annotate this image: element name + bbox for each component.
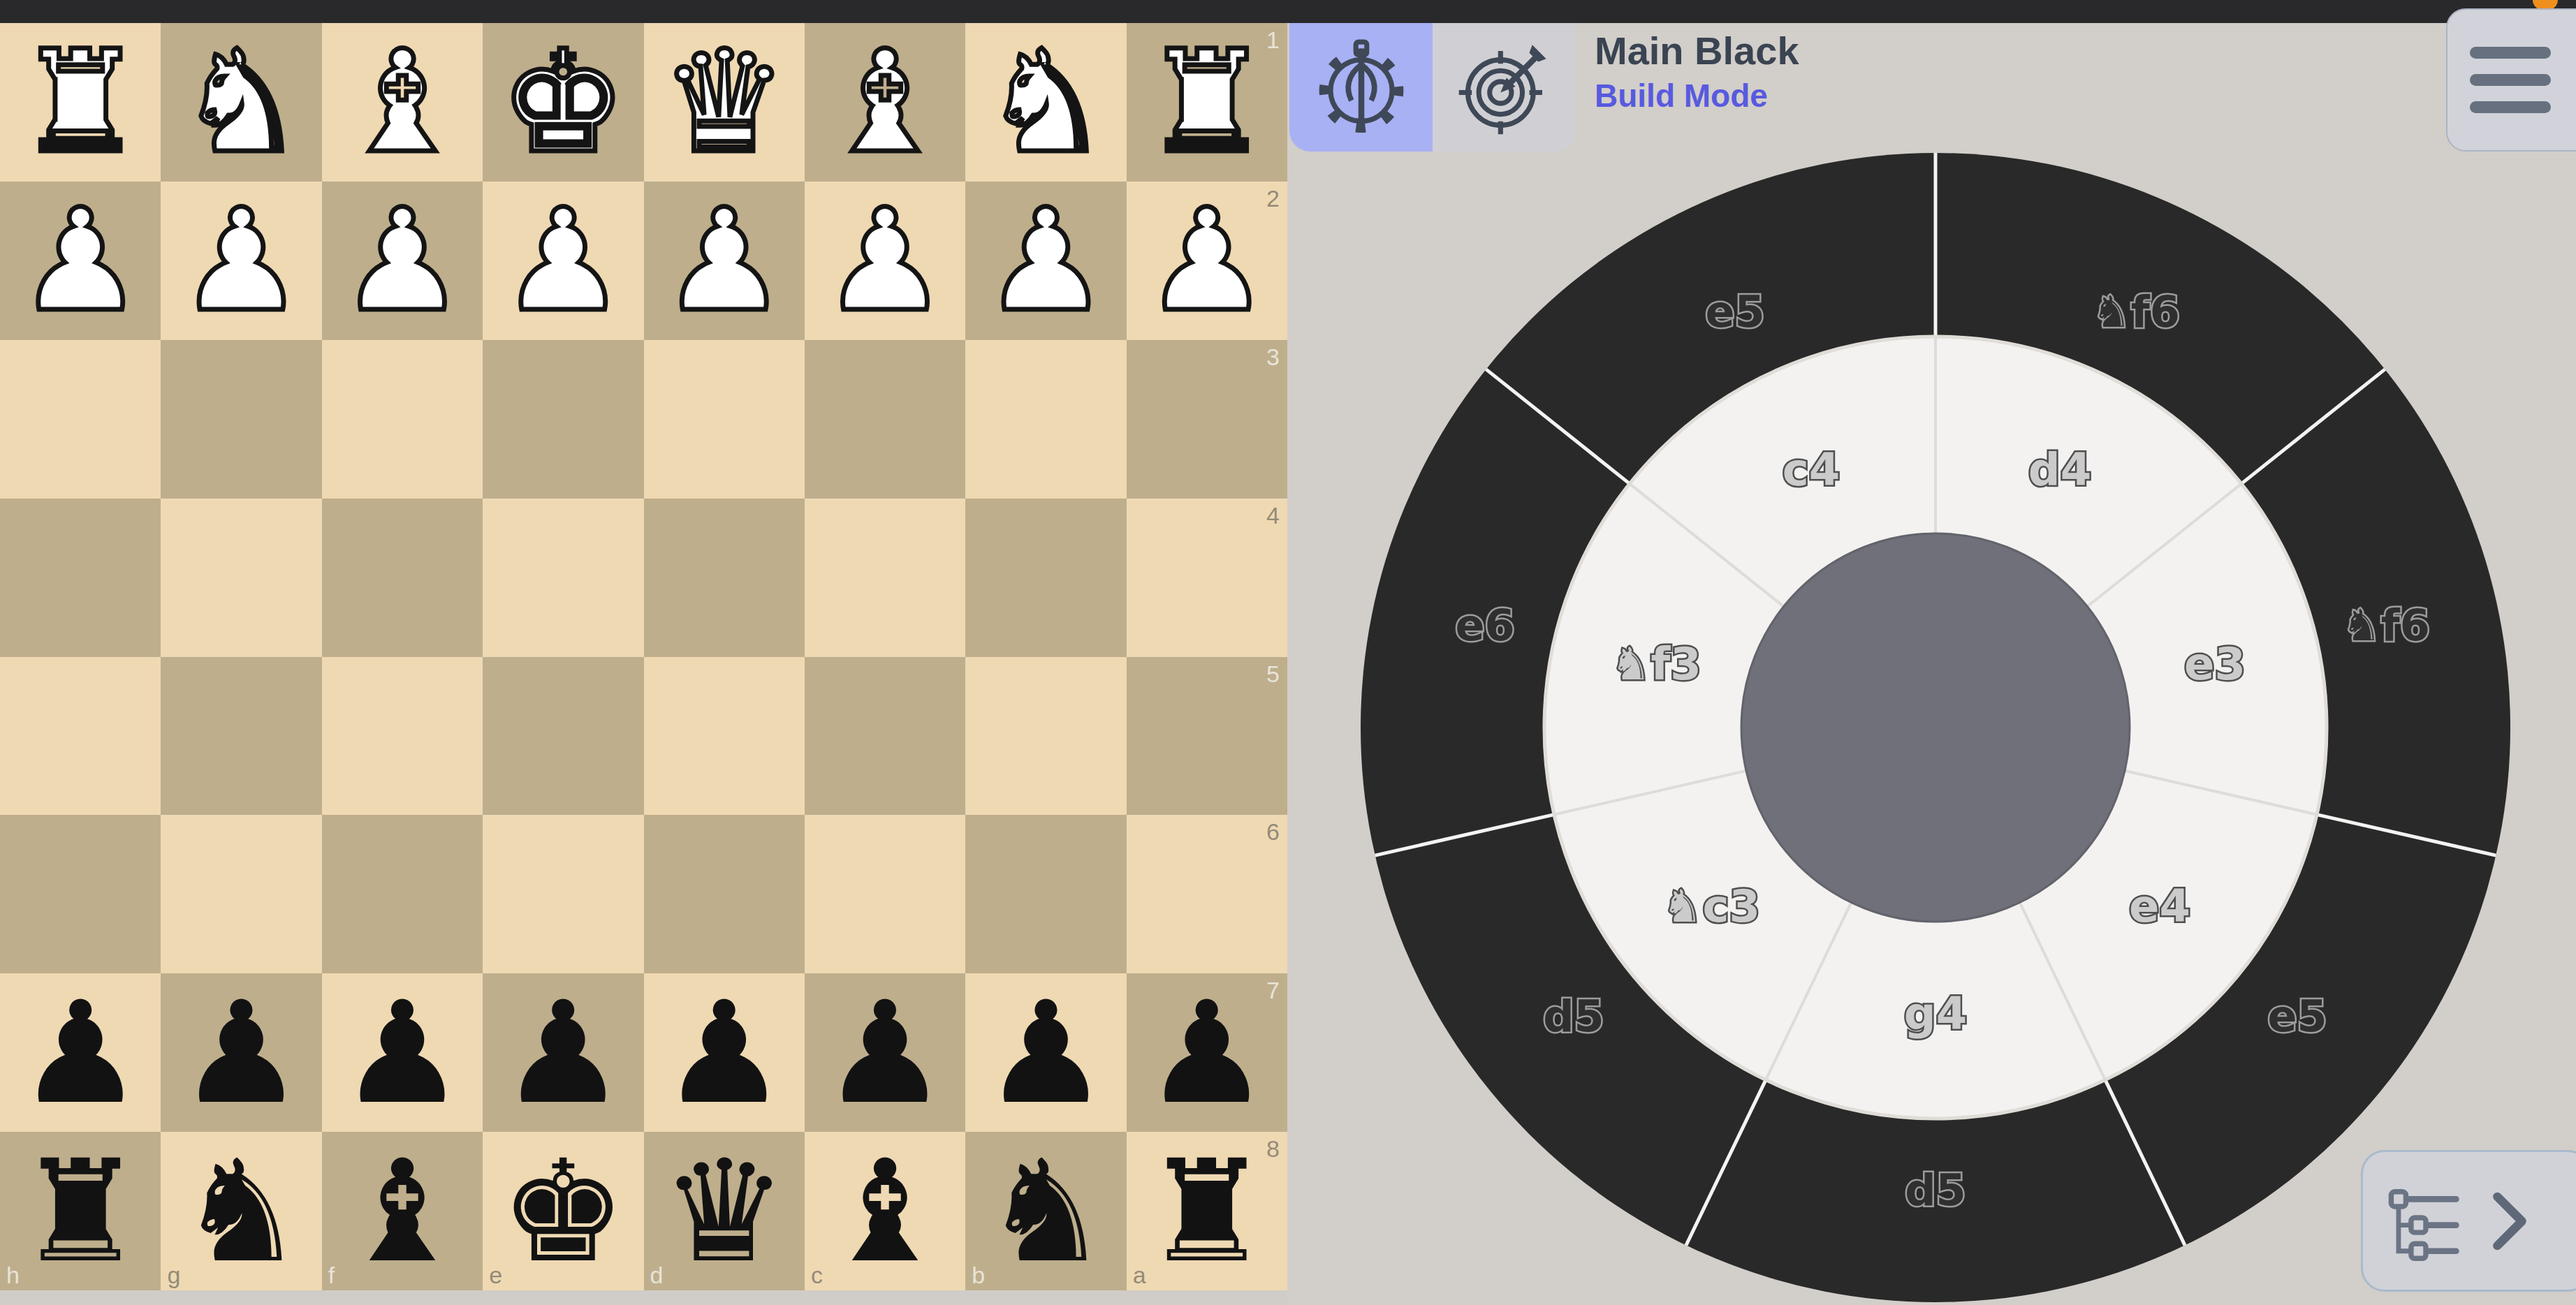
square-g7[interactable]: ♟ xyxy=(161,973,321,1132)
square-g1[interactable]: ♞♞ xyxy=(161,23,321,182)
wheel-white-move-e4[interactable]: e4 xyxy=(2129,880,2190,932)
piece-white-pawn[interactable]: ♟ xyxy=(965,182,1126,340)
repertoire-header: Main Black Build Mode xyxy=(1595,29,1799,115)
square-d3[interactable] xyxy=(644,340,805,499)
piece-black-pawn[interactable]: ♟ xyxy=(644,973,805,1132)
rank-label-2: 2 xyxy=(1266,186,1280,210)
piece-white-pawn[interactable]: ♟ xyxy=(322,182,483,340)
piece-outline: ♜ xyxy=(1127,23,1287,182)
square-b4[interactable] xyxy=(965,499,1126,657)
square-g4[interactable] xyxy=(161,499,321,657)
square-a4[interactable]: 4 xyxy=(1127,499,1287,657)
piece-black-rook[interactable]: ♜ xyxy=(0,1132,161,1290)
wheel-white-move-c4[interactable]: c4 xyxy=(1783,444,1840,496)
square-b7[interactable]: ♟ xyxy=(965,973,1126,1132)
wheel-white-move-d4[interactable]: d4 xyxy=(2028,444,2091,496)
piece-white-queen[interactable]: ♛ xyxy=(644,23,805,182)
file-label-b: b xyxy=(972,1263,985,1287)
piece-black-knight[interactable]: ♞ xyxy=(161,1132,321,1290)
piece-white-bishop[interactable]: ♝ xyxy=(805,23,965,182)
square-f6[interactable] xyxy=(322,815,483,973)
file-label-h: h xyxy=(6,1263,20,1287)
square-f3[interactable] xyxy=(322,340,483,499)
piece-white-bishop[interactable]: ♝ xyxy=(322,23,483,182)
wheel-center[interactable] xyxy=(1741,533,2130,922)
rank-label-4: 4 xyxy=(1266,503,1280,527)
piece-outline: ♜ xyxy=(0,23,161,182)
square-e3[interactable] xyxy=(483,340,643,499)
piece-white-pawn[interactable]: ♟ xyxy=(0,182,161,340)
square-h3[interactable] xyxy=(0,340,161,499)
wheel-black-reply-e5-vs-c4[interactable]: e5 xyxy=(1705,286,1764,337)
file-label-f: f xyxy=(328,1263,335,1287)
piece-outline: ♟ xyxy=(322,182,483,340)
square-a8[interactable]: ♜a8 xyxy=(1127,1132,1287,1290)
square-d8[interactable]: ♛d xyxy=(644,1132,805,1290)
rank-label-5: 5 xyxy=(1266,662,1280,686)
mode-toggle-group xyxy=(1289,23,1576,152)
piece-outline: ♟ xyxy=(965,182,1126,340)
square-g5[interactable] xyxy=(161,657,321,816)
square-h2[interactable]: ♟♟ xyxy=(0,182,161,340)
square-d4[interactable] xyxy=(644,499,805,657)
piece-black-pawn[interactable]: ♟ xyxy=(1127,973,1287,1132)
wheel-white-move-Nf3[interactable]: ♞f3 xyxy=(1611,638,1702,690)
piece-black-pawn[interactable]: ♟ xyxy=(805,973,965,1132)
piece-white-knight[interactable]: ♞ xyxy=(965,23,1126,182)
square-d6[interactable] xyxy=(644,815,805,973)
square-b8[interactable]: ♞b xyxy=(965,1132,1126,1290)
square-h7[interactable]: ♟ xyxy=(0,973,161,1132)
square-h5[interactable] xyxy=(0,657,161,816)
piece-outline: ♟ xyxy=(805,182,965,340)
opening-wheel[interactable]: c4 d4 e3 e4 g4 ♞c3 ♞f3 e5 ♞f6 ♞f6 e5 d5 … xyxy=(1342,134,2529,1305)
variations-button[interactable] xyxy=(2361,1150,2576,1292)
square-a3[interactable]: 3 xyxy=(1127,340,1287,499)
piece-black-queen[interactable]: ♛ xyxy=(644,1132,805,1290)
chess-board[interactable]: ♜♜♞♞♝♝♚♚♛♛♝♝♞♞♜♜1♟♟♟♟♟♟♟♟♟♟♟♟♟♟♟♟23456♟♟… xyxy=(0,23,1287,1290)
square-c2[interactable]: ♟♟ xyxy=(805,182,965,340)
piece-white-pawn[interactable]: ♟ xyxy=(483,182,643,340)
square-h4[interactable] xyxy=(0,499,161,657)
wheel-black-reply-Nf6-vs-d4[interactable]: ♞f6 xyxy=(2092,286,2180,337)
square-h1[interactable]: ♜♜ xyxy=(0,23,161,182)
wheel-black-reply-d5-vs-g4[interactable]: d5 xyxy=(1905,1165,1966,1216)
build-mode-button[interactable] xyxy=(1289,23,1433,152)
square-e4[interactable] xyxy=(483,499,643,657)
file-label-e: e xyxy=(489,1263,502,1287)
square-b5[interactable] xyxy=(965,657,1126,816)
piece-white-rook[interactable]: ♜ xyxy=(1127,23,1287,182)
piece-black-knight[interactable]: ♞ xyxy=(965,1132,1126,1290)
square-a5[interactable]: 5 xyxy=(1127,657,1287,816)
piece-white-rook[interactable]: ♜ xyxy=(0,23,161,182)
square-a6[interactable]: 6 xyxy=(1127,815,1287,973)
square-b2[interactable]: ♟♟ xyxy=(965,182,1126,340)
square-f2[interactable]: ♟♟ xyxy=(322,182,483,340)
square-f7[interactable]: ♟ xyxy=(322,973,483,1132)
piece-black-pawn[interactable]: ♟ xyxy=(161,973,321,1132)
square-a7[interactable]: ♟7 xyxy=(1127,973,1287,1132)
piece-black-pawn[interactable]: ♟ xyxy=(483,973,643,1132)
rank-label-6: 6 xyxy=(1266,820,1280,843)
wheel-black-reply-Nf6-vs-e3[interactable]: ♞f6 xyxy=(2342,600,2430,651)
piece-black-pawn[interactable]: ♟ xyxy=(0,973,161,1132)
hamburger-icon xyxy=(2470,47,2551,59)
square-f8[interactable]: ♝f xyxy=(322,1132,483,1290)
piece-white-pawn[interactable]: ♟ xyxy=(161,182,321,340)
piece-outline: ♟ xyxy=(1127,182,1287,340)
target-arrow-icon xyxy=(1455,37,1554,138)
square-g3[interactable] xyxy=(161,340,321,499)
top-bar xyxy=(0,0,2576,23)
square-h8[interactable]: ♜h xyxy=(0,1132,161,1290)
square-c8[interactable]: ♝c xyxy=(805,1132,965,1290)
square-g6[interactable] xyxy=(161,815,321,973)
square-e7[interactable]: ♟ xyxy=(483,973,643,1132)
piece-outline: ♟ xyxy=(644,182,805,340)
rank-label-1: 1 xyxy=(1266,28,1280,52)
piece-black-rook[interactable]: ♜ xyxy=(1127,1132,1287,1290)
piece-white-pawn[interactable]: ♟ xyxy=(1127,182,1287,340)
rank-label-7: 7 xyxy=(1266,978,1280,1002)
wheel-white-move-Nc3[interactable]: ♞c3 xyxy=(1662,880,1760,932)
piece-outline: ♝ xyxy=(322,23,483,182)
square-d5[interactable] xyxy=(644,657,805,816)
square-e1[interactable]: ♚♚ xyxy=(483,23,643,182)
piece-outline: ♟ xyxy=(161,182,321,340)
square-h6[interactable] xyxy=(0,815,161,973)
square-e5[interactable] xyxy=(483,657,643,816)
wheel-white-move-g4[interactable]: g4 xyxy=(1904,988,1967,1040)
piece-white-knight[interactable]: ♞ xyxy=(161,23,321,182)
repertoire-title: Main Black xyxy=(1595,29,1799,73)
square-f1[interactable]: ♝♝ xyxy=(322,23,483,182)
piece-white-pawn[interactable]: ♟ xyxy=(805,182,965,340)
square-c3[interactable] xyxy=(805,340,965,499)
file-label-g: g xyxy=(167,1263,180,1287)
file-label-d: d xyxy=(650,1263,664,1287)
square-d7[interactable]: ♟ xyxy=(644,973,805,1132)
wheel-white-move-e3[interactable]: e3 xyxy=(2184,638,2246,690)
piece-black-bishop[interactable]: ♝ xyxy=(322,1132,483,1290)
piece-white-king[interactable]: ♚ xyxy=(483,23,643,182)
piece-outline: ♚ xyxy=(483,23,643,182)
piece-outline: ♟ xyxy=(483,182,643,340)
square-d1[interactable]: ♛♛ xyxy=(644,23,805,182)
square-e2[interactable]: ♟♟ xyxy=(483,182,643,340)
piece-outline: ♛ xyxy=(644,23,805,182)
menu-button[interactable] xyxy=(2446,8,2576,152)
square-b6[interactable] xyxy=(965,815,1126,973)
file-label-a: a xyxy=(1133,1263,1146,1287)
piece-outline: ♟ xyxy=(0,182,161,340)
piece-black-bishop[interactable]: ♝ xyxy=(805,1132,965,1290)
square-b1[interactable]: ♞♞ xyxy=(965,23,1126,182)
chevron-right-icon xyxy=(2489,1184,2532,1259)
piece-white-pawn[interactable]: ♟ xyxy=(644,182,805,340)
square-g8[interactable]: ♞g xyxy=(161,1132,321,1290)
square-f4[interactable] xyxy=(322,499,483,657)
piece-black-king[interactable]: ♚ xyxy=(483,1132,643,1290)
file-label-c: c xyxy=(811,1263,823,1287)
piece-black-pawn[interactable]: ♟ xyxy=(322,973,483,1132)
practice-mode-button[interactable] xyxy=(1433,23,1576,152)
piece-outline: ♞ xyxy=(965,23,1126,182)
square-c1[interactable]: ♝♝ xyxy=(805,23,965,182)
square-c4[interactable] xyxy=(805,499,965,657)
wheel-black-reply-e5-vs-e4[interactable]: e5 xyxy=(2267,991,2327,1042)
square-c6[interactable] xyxy=(805,815,965,973)
piece-outline: ♞ xyxy=(161,23,321,182)
rank-label-8: 8 xyxy=(1266,1137,1280,1160)
square-e6[interactable] xyxy=(483,815,643,973)
gear-compass-icon xyxy=(1312,37,1411,138)
square-g2[interactable]: ♟♟ xyxy=(161,182,321,340)
square-c5[interactable] xyxy=(805,657,965,816)
rank-label-3: 3 xyxy=(1266,345,1280,369)
wheel-black-reply-d5-vs-Nc3[interactable]: d5 xyxy=(1543,991,1604,1042)
square-b3[interactable] xyxy=(965,340,1126,499)
square-d2[interactable]: ♟♟ xyxy=(644,182,805,340)
square-c7[interactable]: ♟ xyxy=(805,973,965,1132)
square-e8[interactable]: ♚e xyxy=(483,1132,643,1290)
tree-list-icon xyxy=(2383,1178,2469,1265)
square-a2[interactable]: ♟♟2 xyxy=(1127,182,1287,340)
square-f5[interactable] xyxy=(322,657,483,816)
piece-outline: ♝ xyxy=(805,23,965,182)
piece-black-pawn[interactable]: ♟ xyxy=(965,973,1126,1132)
square-a1[interactable]: ♜♜1 xyxy=(1127,23,1287,182)
wheel-black-reply-e6-vs-Nf3[interactable]: e6 xyxy=(1455,600,1514,651)
mode-label: Build Mode xyxy=(1595,77,1799,115)
